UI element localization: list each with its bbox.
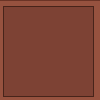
shogi-board bbox=[3, 6, 94, 97]
shogi-app-window bbox=[0, 0, 100, 100]
rank-coordinates bbox=[95, 6, 100, 97]
